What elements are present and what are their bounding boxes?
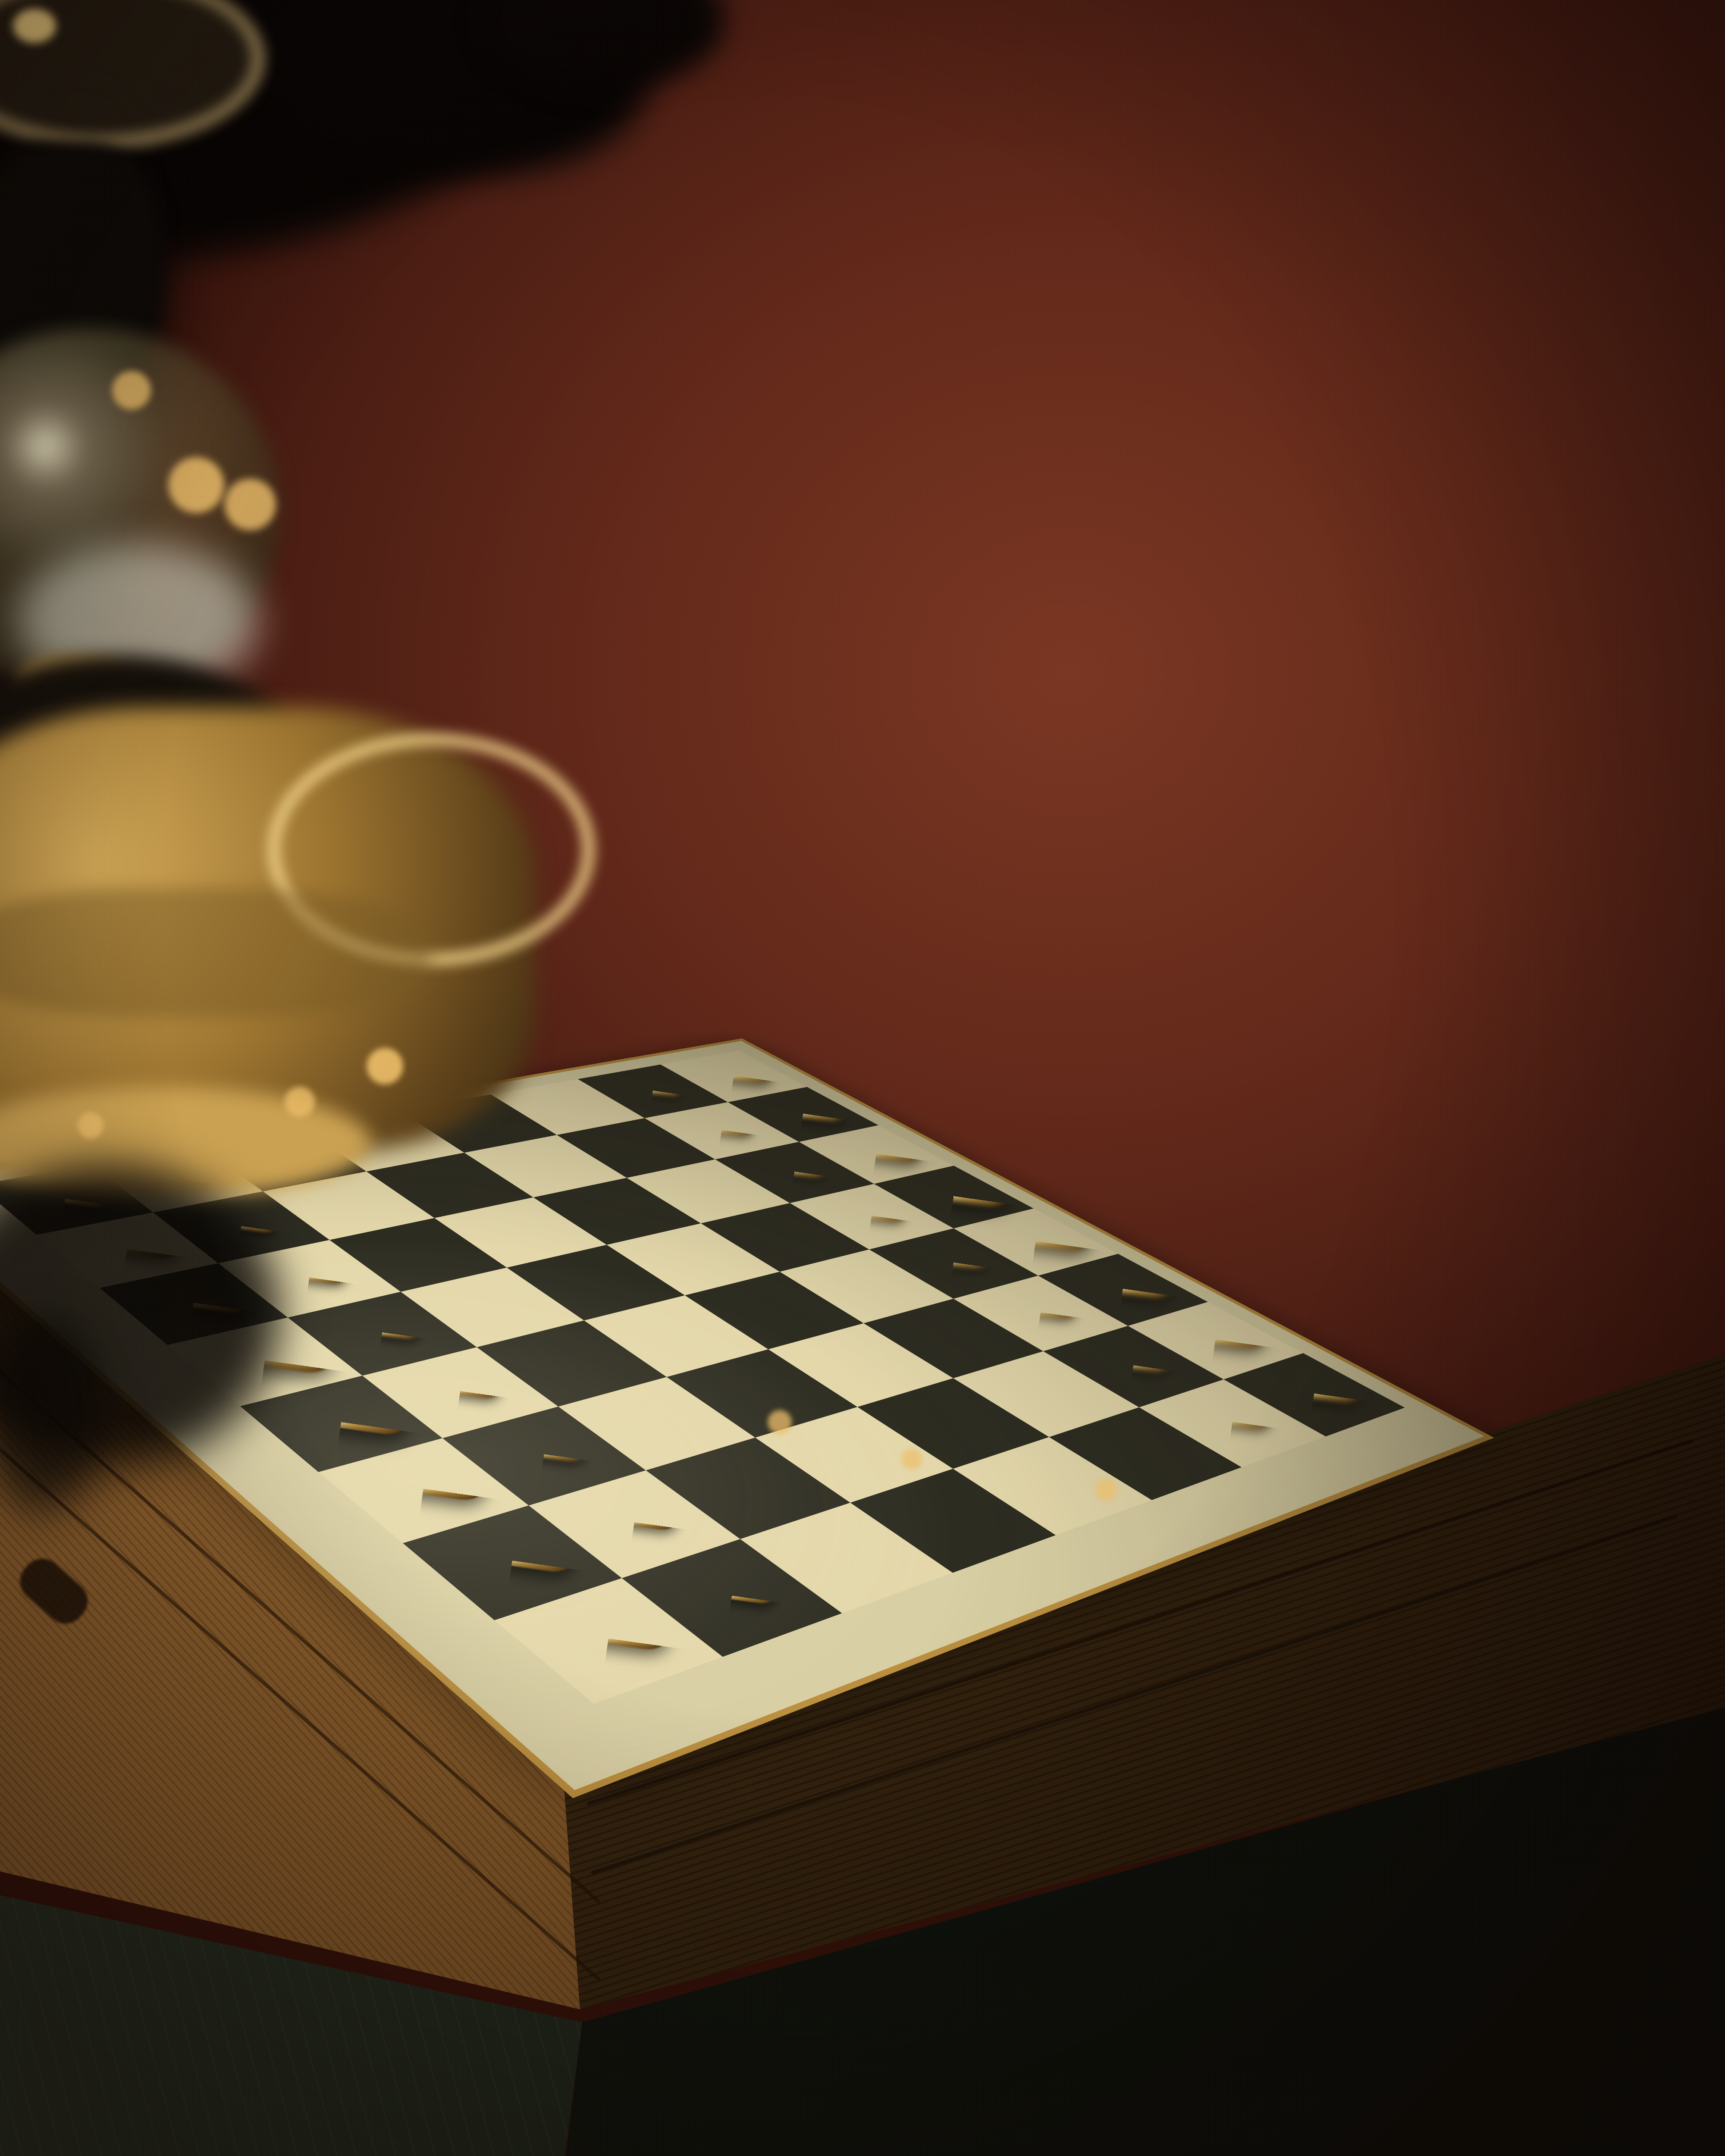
bokeh-dot [367,1048,403,1084]
syphon-lid-knob [13,9,56,43]
bokeh-dot [901,1449,922,1470]
brass-vessel-knurled-band [0,888,431,1018]
bokeh-dot [285,1087,315,1117]
black-rook-glyph: ♜ [494,1350,763,1642]
bokeh-dot [224,479,276,530]
bokeh-dot [1095,1479,1117,1501]
bokeh-dot [768,1410,792,1434]
bokeh-dot [112,371,151,410]
bokeh-dot [168,457,224,513]
photo-scene: ♜♞♝♛♚♝♞♜♟♟♟♟♟♟♟♟♟♟♟♟♟♟♟♟♜♞♝♛♚♝♞♜ [0,0,1725,2156]
white-pawn-glyph: ♟ [1161,1241,1329,1424]
bokeh-dot [78,1112,103,1138]
